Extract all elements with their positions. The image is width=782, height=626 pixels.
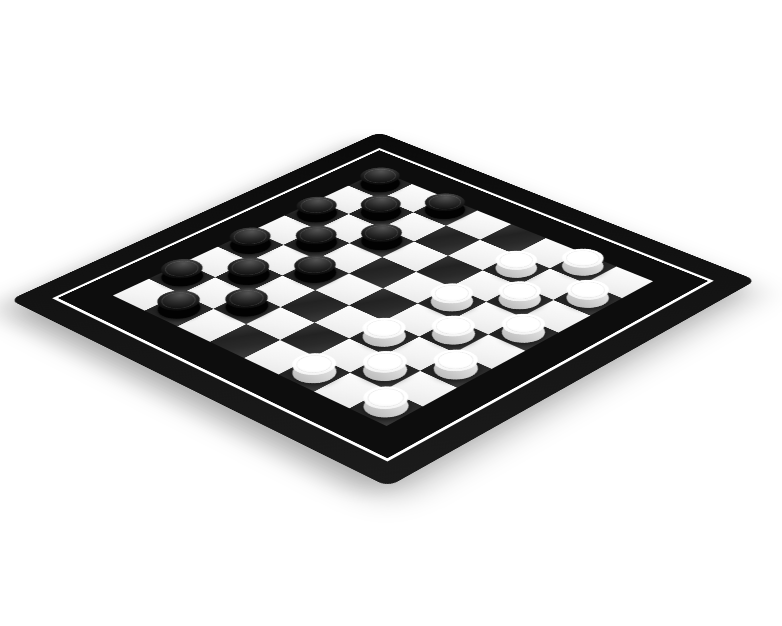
black-piece[interactable] [149,296,209,325]
white-piece[interactable] [354,323,415,353]
game-mat [10,132,756,487]
product-photo-background [0,0,782,626]
checkers-board [113,171,653,426]
white-piece[interactable] [354,392,418,424]
mat-frame-line [52,148,714,462]
board-assembly [10,132,756,487]
